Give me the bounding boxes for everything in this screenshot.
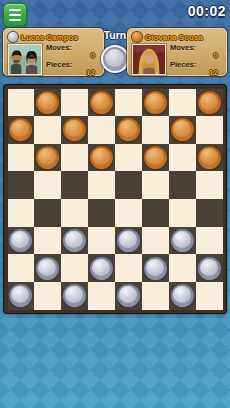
orange-piece[interactable] <box>36 146 59 169</box>
checkers-game-screen: 00:02 Lucas Campos <box>0 0 230 408</box>
square-d5[interactable] <box>88 171 115 199</box>
player2-moves-label: Moves: <box>170 44 220 52</box>
square-d8[interactable] <box>88 89 115 117</box>
silver-piece[interactable] <box>9 229 32 252</box>
player1-name: Lucas Campos <box>21 33 78 42</box>
player1-header: Lucas Campos <box>8 31 99 43</box>
square-f4[interactable] <box>142 199 169 227</box>
player-card-right: Giovana Sousa Moves: 0 Pieces: 12 <box>127 28 227 76</box>
square-e4[interactable] <box>115 199 142 227</box>
player1-avatar <box>8 44 42 75</box>
square-a5[interactable] <box>8 171 35 199</box>
square-b3[interactable] <box>34 227 61 255</box>
square-d7[interactable] <box>88 116 115 144</box>
square-a6[interactable] <box>8 144 35 172</box>
player2-header: Giovana Sousa <box>132 31 222 43</box>
orange-piece[interactable] <box>198 146 221 169</box>
square-b8[interactable] <box>34 89 61 117</box>
square-e6[interactable] <box>115 144 142 172</box>
square-f8[interactable] <box>142 89 169 117</box>
checkers-board <box>4 85 226 313</box>
orange-piece[interactable] <box>9 118 32 141</box>
square-h2[interactable] <box>196 254 223 282</box>
square-c6[interactable] <box>61 144 88 172</box>
orange-piece[interactable] <box>171 118 194 141</box>
square-a1[interactable] <box>8 282 35 310</box>
silver-piece[interactable] <box>144 257 167 280</box>
square-f5[interactable] <box>142 171 169 199</box>
orange-piece[interactable] <box>63 118 86 141</box>
square-a7[interactable] <box>8 116 35 144</box>
square-h6[interactable] <box>196 144 223 172</box>
game-timer: 00:02 <box>188 3 226 19</box>
orange-piece[interactable] <box>90 146 113 169</box>
silver-piece[interactable] <box>63 229 86 252</box>
orange-piece[interactable] <box>36 91 59 114</box>
board-grid <box>8 89 223 310</box>
square-a3[interactable] <box>8 227 35 255</box>
square-g1[interactable] <box>169 282 196 310</box>
square-h4[interactable] <box>196 199 223 227</box>
orange-piece[interactable] <box>144 91 167 114</box>
silver-piece[interactable] <box>63 284 86 307</box>
square-e7[interactable] <box>115 116 142 144</box>
square-b5[interactable] <box>34 171 61 199</box>
square-f2[interactable] <box>142 254 169 282</box>
square-e3[interactable] <box>115 227 142 255</box>
player2-avatar <box>132 44 166 75</box>
player1-moves-value: 0 <box>91 52 95 60</box>
silver-piece[interactable] <box>90 257 113 280</box>
square-b4[interactable] <box>34 199 61 227</box>
square-b7[interactable] <box>34 116 61 144</box>
square-d6[interactable] <box>88 144 115 172</box>
square-h7[interactable] <box>196 116 223 144</box>
silver-piece[interactable] <box>198 257 221 280</box>
square-c7[interactable] <box>61 116 88 144</box>
square-b1[interactable] <box>34 282 61 310</box>
hamburger-icon <box>9 9 21 22</box>
player-card-left: Lucas Campos Moves: 0 <box>3 28 104 76</box>
silver-piece[interactable] <box>9 284 32 307</box>
player2-name: Giovana Sousa <box>145 33 203 42</box>
square-e5[interactable] <box>115 171 142 199</box>
orange-piece-chip-icon <box>132 32 142 42</box>
player1-stats: Moves: 0 Pieces: 12 <box>46 44 99 79</box>
square-g7[interactable] <box>169 116 196 144</box>
square-d1[interactable] <box>88 282 115 310</box>
silver-piece[interactable] <box>171 229 194 252</box>
square-f7[interactable] <box>142 116 169 144</box>
player2-moves-value: 0 <box>214 52 218 60</box>
orange-piece[interactable] <box>144 146 167 169</box>
turn-current-player-silver-piece <box>101 45 129 73</box>
orange-piece[interactable] <box>90 91 113 114</box>
square-b2[interactable] <box>34 254 61 282</box>
square-a4[interactable] <box>8 199 35 227</box>
square-g8[interactable] <box>169 89 196 117</box>
square-c2[interactable] <box>61 254 88 282</box>
square-c8[interactable] <box>61 89 88 117</box>
square-d4[interactable] <box>88 199 115 227</box>
square-d2[interactable] <box>88 254 115 282</box>
square-b6[interactable] <box>34 144 61 172</box>
square-e2[interactable] <box>115 254 142 282</box>
square-a8[interactable] <box>8 89 35 117</box>
square-h1[interactable] <box>196 282 223 310</box>
silver-piece[interactable] <box>117 229 140 252</box>
square-c5[interactable] <box>61 171 88 199</box>
player1-moves-label: Moves: <box>46 44 97 52</box>
silver-piece[interactable] <box>171 284 194 307</box>
square-g3[interactable] <box>169 227 196 255</box>
menu-button[interactable] <box>4 4 26 26</box>
square-d3[interactable] <box>88 227 115 255</box>
square-c4[interactable] <box>61 199 88 227</box>
square-h8[interactable] <box>196 89 223 117</box>
square-g4[interactable] <box>169 199 196 227</box>
orange-piece[interactable] <box>198 91 221 114</box>
orange-piece[interactable] <box>117 118 140 141</box>
player2-pieces-value: 12 <box>209 69 218 77</box>
square-g5[interactable] <box>169 171 196 199</box>
square-f1[interactable] <box>142 282 169 310</box>
square-c1[interactable] <box>61 282 88 310</box>
square-f3[interactable] <box>142 227 169 255</box>
silver-piece[interactable] <box>36 257 59 280</box>
square-e8[interactable] <box>115 89 142 117</box>
player2-stats: Moves: 0 Pieces: 12 <box>170 44 222 79</box>
square-f6[interactable] <box>142 144 169 172</box>
square-g2[interactable] <box>169 254 196 282</box>
square-g6[interactable] <box>169 144 196 172</box>
square-e1[interactable] <box>115 282 142 310</box>
player1-pieces-value: 12 <box>86 69 95 77</box>
silver-piece[interactable] <box>117 284 140 307</box>
square-c3[interactable] <box>61 227 88 255</box>
silver-piece-chip-icon <box>8 32 18 42</box>
square-a2[interactable] <box>8 254 35 282</box>
square-h5[interactable] <box>196 171 223 199</box>
square-h3[interactable] <box>196 227 223 255</box>
